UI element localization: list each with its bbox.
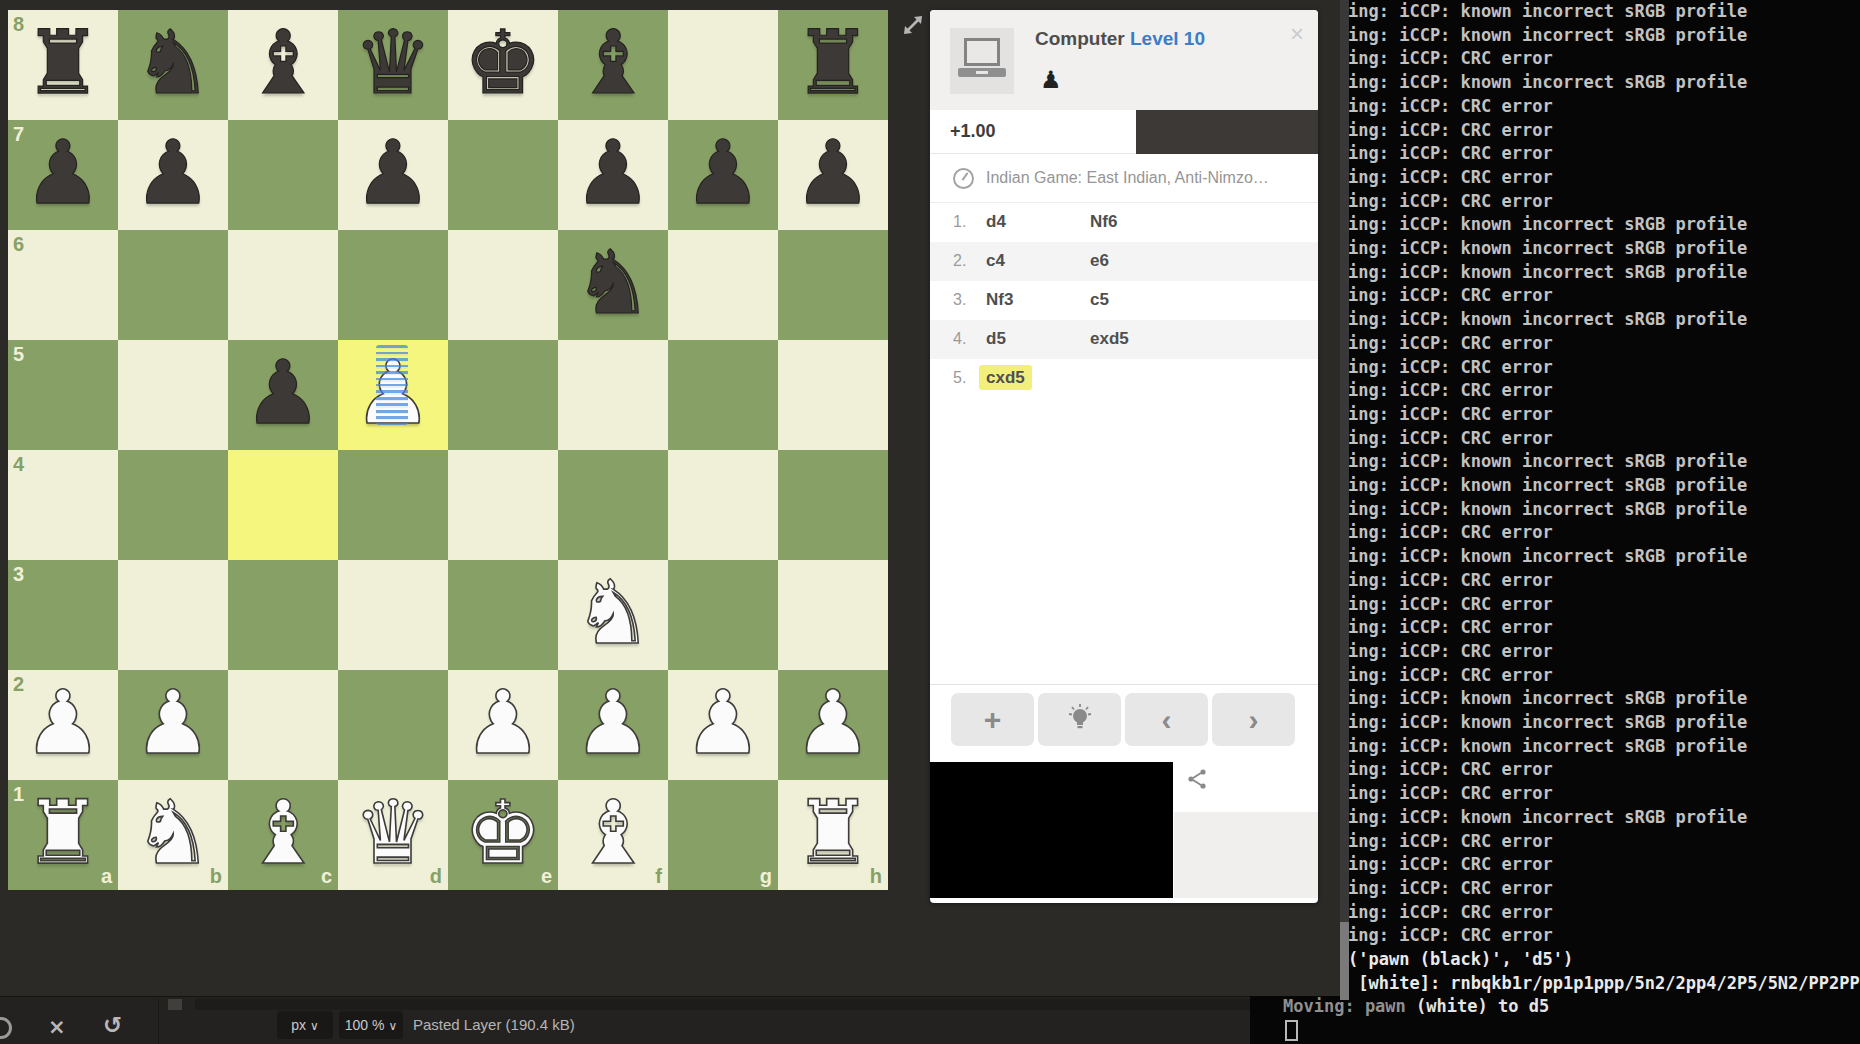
terminal-line: ing: iCCP: known incorrect sRGB profile xyxy=(1348,711,1747,735)
square-h3[interactable] xyxy=(778,560,888,670)
move-number: 2. xyxy=(953,252,966,270)
terminal-line: ing: iCCP: known incorrect sRGB profile xyxy=(1348,24,1747,48)
square-f1[interactable]: ♝f xyxy=(558,780,668,890)
move-row-2: 2.c4e6 xyxy=(930,242,1318,281)
horizontal-scrollbar[interactable] xyxy=(195,999,1250,1010)
hint-button[interactable] xyxy=(1038,693,1121,746)
terminal-line: ing: iCCP: known incorrect sRGB profile xyxy=(1348,261,1747,285)
opening-name: Indian Game: East Indian, Anti-Nimzo… xyxy=(986,169,1269,187)
move-number: 4. xyxy=(953,330,966,348)
square-d3[interactable] xyxy=(338,560,448,670)
square-e4[interactable] xyxy=(448,450,558,560)
square-c6[interactable] xyxy=(228,230,338,340)
square-c7[interactable] xyxy=(228,120,338,230)
black-pawn-h7[interactable]: ♟ xyxy=(778,120,888,230)
terminal-line: ing: iCCP: CRC error xyxy=(1348,356,1553,380)
black-pawn-b7[interactable]: ♟ xyxy=(118,120,228,230)
zoom-dropdown[interactable]: 100 % ∨ xyxy=(339,1011,403,1039)
terminal-line: ing: iCCP: CRC error xyxy=(1348,332,1553,356)
lightbulb-icon xyxy=(1067,703,1093,733)
square-b7[interactable]: ♟ xyxy=(118,120,228,230)
square-c1[interactable]: ♝c xyxy=(228,780,338,890)
move-row-1: 1.d4Nf6 xyxy=(930,203,1318,242)
square-e3[interactable] xyxy=(448,560,558,670)
terminal-line: ing: iCCP: CRC error xyxy=(1348,758,1553,782)
terminal-line: ing: iCCP: CRC error xyxy=(1348,782,1553,806)
square-g4[interactable] xyxy=(668,450,778,560)
square-e7[interactable] xyxy=(448,120,558,230)
move-number: 1. xyxy=(953,213,966,231)
square-a2[interactable]: ♟2 xyxy=(8,670,118,780)
file-label-c: c xyxy=(321,865,332,888)
square-g7[interactable]: ♟ xyxy=(668,120,778,230)
square-e5[interactable] xyxy=(448,340,558,450)
square-d6[interactable] xyxy=(338,230,448,340)
file-label-b: b xyxy=(210,865,222,888)
file-label-e: e xyxy=(541,865,552,888)
terminal-scrollbar-thumb[interactable] xyxy=(1340,922,1349,1000)
terminal-line: ing: iCCP: known incorrect sRGB profile xyxy=(1348,450,1747,474)
terminal-line: ing: iCCP: known incorrect sRGB profile xyxy=(1348,213,1747,237)
square-d1[interactable]: ♛d xyxy=(338,780,448,890)
black-knight-b8[interactable]: ♞ xyxy=(118,10,228,120)
terminal-line: ing: iCCP: CRC error xyxy=(1348,593,1553,617)
opponent-header: Computer Level 10 ♟ × xyxy=(930,10,1318,110)
black-knight-f6[interactable]: ♞ xyxy=(558,230,668,340)
rank-label-4: 4 xyxy=(13,453,24,476)
terminal-line: ing: iCCP: CRC error xyxy=(1348,664,1553,688)
terminal-line: ing: iCCP: CRC error xyxy=(1348,877,1553,901)
square-b1[interactable]: ♞b xyxy=(118,780,228,890)
terminal-scrollbar[interactable] xyxy=(1340,0,1349,996)
laptop-base-icon xyxy=(958,68,1006,77)
square-f5[interactable] xyxy=(558,340,668,450)
square-a3[interactable]: 3 xyxy=(8,560,118,670)
terminal-line: ing: iCCP: CRC error xyxy=(1348,119,1553,143)
evaluation-score: +1.00 xyxy=(950,121,996,142)
white-pawn-g2[interactable]: ♟ xyxy=(668,670,778,780)
terminal-line: ing: iCCP: CRC error xyxy=(1348,95,1553,119)
expand-icon[interactable] xyxy=(900,12,926,38)
partial-circle-icon[interactable] xyxy=(0,1017,12,1039)
opening-row: Indian Game: East Indian, Anti-Nimzo… xyxy=(930,155,1318,203)
terminal-line-fen: [white]: rnbqkb1r/pp1p1ppp/5n2/2pp4/2P5/… xyxy=(1348,972,1860,996)
gimp-statusbar: × ↺ px ∨ 100 % ∨ Pasted Layer (190.4 kB) xyxy=(0,996,1250,1044)
square-f3[interactable]: ♞ xyxy=(558,560,668,670)
computer-icon xyxy=(950,28,1014,94)
layer-info-label: Pasted Layer (190.4 kB) xyxy=(413,1016,575,1033)
screen: ing: iCCP: known incorrect sRGB profilei… xyxy=(0,0,1860,1044)
square-b2[interactable]: ♟ xyxy=(118,670,228,780)
terminal-line: ing: iCCP: CRC error xyxy=(1348,284,1553,308)
square-a4[interactable]: 4 xyxy=(8,450,118,560)
square-a6[interactable]: 6 xyxy=(8,230,118,340)
terminal-window: ing: iCCP: known incorrect sRGB profilei… xyxy=(1250,0,1860,1044)
terminal-line: ing: iCCP: CRC error xyxy=(1348,379,1553,403)
terminal-line: ing: iCCP: known incorrect sRGB profile xyxy=(1348,0,1747,24)
video-thumbnail[interactable] xyxy=(930,762,1173,898)
square-f6[interactable]: ♞ xyxy=(558,230,668,340)
white-knight-f3[interactable]: ♞ xyxy=(558,560,668,670)
square-d2[interactable] xyxy=(338,670,448,780)
square-b4[interactable] xyxy=(118,450,228,560)
square-e6[interactable] xyxy=(448,230,558,340)
square-d7[interactable]: ♟ xyxy=(338,120,448,230)
move-white-d5[interactable]: d5 xyxy=(986,329,1006,349)
white-pawn-h2[interactable]: ♟ xyxy=(778,670,888,780)
move-row-3: 3.Nf3c5 xyxy=(930,281,1318,320)
black-rook-h8[interactable]: ♜ xyxy=(778,10,888,120)
chess-board[interactable]: ♜8♞♝♛♚♝♜♟7♟♟♟♟♟6♞5♟♟43♞♟2♟♟♟♟♟♜1a♞b♝c♛d♚… xyxy=(8,10,888,890)
square-h5[interactable] xyxy=(778,340,888,450)
rank-label-8: 8 xyxy=(13,13,24,36)
file-label-f: f xyxy=(655,865,662,888)
square-a8[interactable]: ♜8 xyxy=(8,10,118,120)
move-white-cxd5[interactable]: cxd5 xyxy=(986,368,1025,388)
square-g2[interactable]: ♟ xyxy=(668,670,778,780)
move-white-c4[interactable]: c4 xyxy=(986,251,1005,271)
black-pawn-a7[interactable]: ♟ xyxy=(8,120,118,230)
square-b6[interactable] xyxy=(118,230,228,340)
evaluation-row: +1.00 xyxy=(930,110,1318,154)
rank-label-6: 6 xyxy=(13,233,24,256)
white-bishop-f1[interactable]: ♝ xyxy=(558,780,668,890)
gimp-canvas: ♜8♞♝♛♚♝♜♟7♟♟♟♟♟6♞5♟♟43♞♟2♟♟♟♟♟♜1a♞b♝c♛d♚… xyxy=(0,0,1340,996)
laptop-screen-icon xyxy=(964,38,1000,66)
terminal-line: ing: iCCP: known incorrect sRGB profile xyxy=(1348,545,1747,569)
black-bishop-c8[interactable]: ♝ xyxy=(228,10,338,120)
black-queen-d8[interactable]: ♛ xyxy=(338,10,448,120)
terminal-line: ing: iCCP: CRC error xyxy=(1348,853,1553,877)
black-pawn-c5[interactable]: ♟ xyxy=(228,340,338,450)
evaluation-bar xyxy=(1136,110,1318,154)
file-label-h: h xyxy=(870,865,882,888)
terminal-line: ing: iCCP: CRC error xyxy=(1348,569,1553,593)
terminal-line: ing: iCCP: CRC error xyxy=(1348,427,1553,451)
black-pawn-d7[interactable]: ♟ xyxy=(338,120,448,230)
square-c4[interactable] xyxy=(228,450,338,560)
terminal-line: ing: iCCP: CRC error xyxy=(1348,403,1553,427)
move-list[interactable]: 1.d4Nf62.c4e63.Nf3c54.d5exd55.cxd5 xyxy=(930,203,1318,398)
square-h4[interactable] xyxy=(778,450,888,560)
square-h2[interactable]: ♟ xyxy=(778,670,888,780)
terminal-line: ing: iCCP: CRC error xyxy=(1348,616,1553,640)
rank-label-1: 1 xyxy=(13,783,24,806)
black-king-e8[interactable]: ♚ xyxy=(448,10,558,120)
unit-dropdown[interactable]: px ∨ xyxy=(277,1011,333,1039)
white-pawn-f2[interactable]: ♟ xyxy=(558,670,668,780)
terminal-cursor xyxy=(1285,1020,1298,1041)
white-pawn-b2[interactable]: ♟ xyxy=(118,670,228,780)
opponent-title: Computer Level 10 xyxy=(1035,28,1205,50)
terminal-line: ing: iCCP: CRC error xyxy=(1348,830,1553,854)
black-pawn-icon: ♟ xyxy=(1040,66,1062,94)
square-e8[interactable]: ♚ xyxy=(448,10,558,120)
cancel-icon[interactable]: × xyxy=(48,1015,66,1039)
next-move-button[interactable]: › xyxy=(1212,693,1295,746)
rank-label-2: 2 xyxy=(13,673,24,696)
square-g3[interactable] xyxy=(668,560,778,670)
move-row-4: 4.d5exd5 xyxy=(930,320,1318,359)
move-white-Nf3[interactable]: Nf3 xyxy=(986,290,1013,310)
move-black-Nf6[interactable]: Nf6 xyxy=(1090,212,1117,232)
black-rook-a8[interactable]: ♜ xyxy=(8,10,118,120)
opening-book-icon xyxy=(953,168,974,189)
opponent-level: Level 10 xyxy=(1130,28,1205,49)
chevron-down-icon: ∨ xyxy=(388,1019,397,1033)
square-g5[interactable] xyxy=(668,340,778,450)
square-g1[interactable]: g xyxy=(668,780,778,890)
white-pawn-e2[interactable]: ♟ xyxy=(448,670,558,780)
rank-label-3: 3 xyxy=(13,563,24,586)
move-row-5: 5.cxd5 xyxy=(930,359,1318,398)
square-h6[interactable] xyxy=(778,230,888,340)
chevron-down-icon: ∨ xyxy=(310,1019,319,1033)
close-icon[interactable]: × xyxy=(1290,22,1304,46)
square-c2[interactable] xyxy=(228,670,338,780)
lichess-panel: Computer Level 10 ♟ × +1.00 Indian Game:… xyxy=(930,10,1318,903)
square-h1[interactable]: ♜h xyxy=(778,780,888,890)
terminal-line: ing: iCCP: CRC error xyxy=(1348,640,1553,664)
square-b8[interactable]: ♞ xyxy=(118,10,228,120)
terminal-line-pawn-black: ('pawn (black)', 'd5') xyxy=(1348,948,1573,972)
share-icon[interactable] xyxy=(1185,767,1209,791)
move-black-exd5[interactable]: exd5 xyxy=(1090,329,1129,349)
square-c3[interactable] xyxy=(228,560,338,670)
divider xyxy=(930,684,1318,685)
file-label-d: d xyxy=(430,865,442,888)
terminal-line: ing: iCCP: known incorrect sRGB profile xyxy=(1348,71,1747,95)
terminal-line: ing: iCCP: CRC error xyxy=(1348,47,1553,71)
terminal-line: ing: iCCP: known incorrect sRGB profile xyxy=(1348,735,1747,759)
rank-label-5: 5 xyxy=(13,343,24,366)
terminal-line-moving: Moving: pawn (white) to d5 xyxy=(1283,995,1549,1019)
separator xyxy=(158,999,159,1044)
square-b3[interactable] xyxy=(118,560,228,670)
square-b5[interactable] xyxy=(118,340,228,450)
new-game-button[interactable]: + xyxy=(951,693,1034,746)
terminal-line: ing: iCCP: known incorrect sRGB profile xyxy=(1348,806,1747,830)
file-label-g: g xyxy=(760,865,772,888)
prev-move-button[interactable]: ‹ xyxy=(1125,693,1208,746)
square-g8[interactable] xyxy=(668,10,778,120)
black-pawn-f7[interactable]: ♟ xyxy=(558,120,668,230)
file-label-a: a xyxy=(101,865,112,888)
move-white-d4[interactable]: d4 xyxy=(986,212,1006,232)
terminal-line: ing: iCCP: CRC error xyxy=(1348,166,1553,190)
reset-icon[interactable]: ↺ xyxy=(103,1012,122,1038)
square-e2[interactable]: ♟ xyxy=(448,670,558,780)
terminal-line: ing: iCCP: CRC error xyxy=(1348,142,1553,166)
move-number: 3. xyxy=(953,291,966,309)
terminal-line: ing: iCCP: known incorrect sRGB profile xyxy=(1348,237,1747,261)
move-black-e6[interactable]: e6 xyxy=(1090,251,1109,271)
terminal-line: ing: iCCP: CRC error xyxy=(1348,924,1553,948)
rank-label-7: 7 xyxy=(13,123,24,146)
square-h8[interactable]: ♜ xyxy=(778,10,888,120)
square-c8[interactable]: ♝ xyxy=(228,10,338,120)
white-pawn-a2[interactable]: ♟ xyxy=(8,670,118,780)
terminal-line: ing: iCCP: CRC error xyxy=(1348,901,1553,925)
square-a5[interactable]: 5 xyxy=(8,340,118,450)
terminal-line: ing: iCCP: known incorrect sRGB profile xyxy=(1348,474,1747,498)
panel-gray-block xyxy=(1174,812,1318,898)
terminal-line: ing: iCCP: known incorrect sRGB profile xyxy=(1348,498,1747,522)
square-a1[interactable]: ♜1a xyxy=(8,780,118,890)
square-d8[interactable]: ♛ xyxy=(338,10,448,120)
move-number: 5. xyxy=(953,369,966,387)
square-d4[interactable] xyxy=(338,450,448,560)
terminal-line: ing: iCCP: CRC error xyxy=(1348,521,1553,545)
move-black-c5[interactable]: c5 xyxy=(1090,290,1109,310)
square-c5[interactable]: ♟ xyxy=(228,340,338,450)
black-pawn-g7[interactable]: ♟ xyxy=(668,120,778,230)
square-f4[interactable] xyxy=(558,450,668,560)
square-f8[interactable]: ♝ xyxy=(558,10,668,120)
square-a7[interactable]: ♟7 xyxy=(8,120,118,230)
analysis-controls: + ‹ › xyxy=(951,693,1301,746)
square-g6[interactable] xyxy=(668,230,778,340)
selection-glitch-artifact xyxy=(376,345,408,425)
scrollbar-stub[interactable] xyxy=(168,999,182,1010)
terminal-line: ing: iCCP: CRC error xyxy=(1348,190,1553,214)
square-f2[interactable]: ♟ xyxy=(558,670,668,780)
black-bishop-f8[interactable]: ♝ xyxy=(558,10,668,120)
square-h7[interactable]: ♟ xyxy=(778,120,888,230)
terminal-line: ing: iCCP: known incorrect sRGB profile xyxy=(1348,308,1747,332)
square-e1[interactable]: ♚e xyxy=(448,780,558,890)
terminal-line: ing: iCCP: known incorrect sRGB profile xyxy=(1348,687,1747,711)
square-f7[interactable]: ♟ xyxy=(558,120,668,230)
